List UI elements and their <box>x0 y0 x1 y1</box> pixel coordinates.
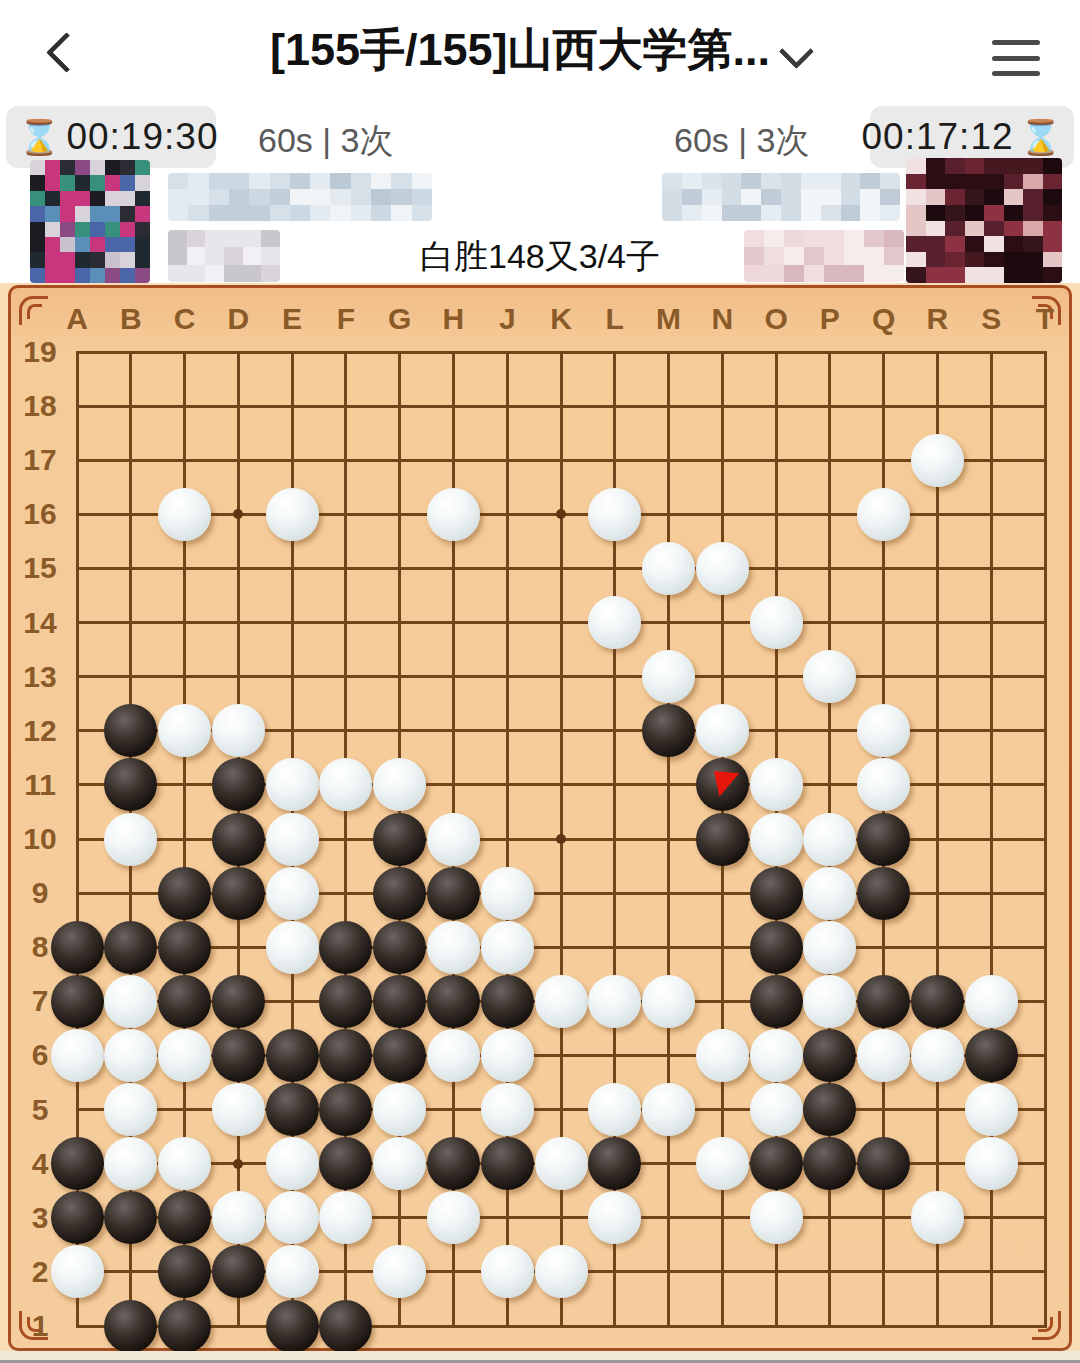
white-stone <box>427 921 480 974</box>
white-stone <box>212 1191 265 1244</box>
white-stone <box>104 975 157 1028</box>
white-stone <box>696 542 749 595</box>
white-stone <box>965 975 1018 1028</box>
black-stone <box>158 867 211 920</box>
white-stone <box>481 1245 534 1298</box>
white-stone <box>373 758 426 811</box>
white-stone <box>750 813 803 866</box>
black-stone <box>104 921 157 974</box>
black-stone <box>481 975 534 1028</box>
black-stone <box>212 975 265 1028</box>
screen-bottom-edge <box>0 1351 1080 1363</box>
white-stone <box>535 1245 588 1298</box>
column-label: P <box>808 302 852 336</box>
black-stone <box>803 1029 856 1082</box>
black-stone <box>373 813 426 866</box>
white-stone <box>911 1191 964 1244</box>
column-label: R <box>915 302 959 336</box>
black-stone <box>212 1245 265 1298</box>
white-stone <box>104 813 157 866</box>
column-label: C <box>163 302 207 336</box>
white-stone <box>481 921 534 974</box>
white-stone <box>481 867 534 920</box>
column-label: O <box>754 302 798 336</box>
black-stone <box>481 1137 534 1190</box>
white-stone <box>803 975 856 1028</box>
white-stone <box>696 704 749 757</box>
white-stone <box>857 1029 910 1082</box>
grid-line <box>667 351 670 1328</box>
white-stone <box>212 704 265 757</box>
black-stone <box>373 1029 426 1082</box>
black-stone <box>104 1300 157 1353</box>
black-stone <box>750 975 803 1028</box>
white-stone <box>427 488 480 541</box>
black-stone <box>750 867 803 920</box>
black-stone <box>266 1300 319 1353</box>
white-stone <box>588 488 641 541</box>
white-stone <box>266 1137 319 1190</box>
column-label: D <box>216 302 260 336</box>
black-stone <box>373 867 426 920</box>
white-stone <box>803 867 856 920</box>
row-label: 16 <box>16 497 64 531</box>
white-stone <box>535 975 588 1028</box>
white-stone <box>158 488 211 541</box>
black-stone <box>212 758 265 811</box>
black-stone <box>696 813 749 866</box>
black-stone <box>427 867 480 920</box>
white-stone <box>373 1083 426 1136</box>
white-stone <box>535 1137 588 1190</box>
row-label: 13 <box>16 660 64 694</box>
white-stone <box>750 758 803 811</box>
white-stone <box>104 1029 157 1082</box>
black-stone <box>911 975 964 1028</box>
black-stone <box>104 704 157 757</box>
white-stone <box>158 1137 211 1190</box>
black-stone <box>51 1137 104 1190</box>
white-stone <box>857 488 910 541</box>
column-label: B <box>109 302 153 336</box>
row-label: 5 <box>16 1093 64 1127</box>
grid-line <box>76 1325 1047 1328</box>
star-point <box>556 834 566 844</box>
column-label: K <box>539 302 583 336</box>
white-stone <box>750 596 803 649</box>
white-stone <box>266 867 319 920</box>
column-label: F <box>324 302 368 336</box>
white-stone <box>750 1083 803 1136</box>
white-stone <box>158 1029 211 1082</box>
black-stone <box>158 975 211 1028</box>
white-stone <box>104 1083 157 1136</box>
white-stone <box>857 758 910 811</box>
column-label: M <box>647 302 691 336</box>
black-stone <box>51 921 104 974</box>
white-stone <box>373 1245 426 1298</box>
white-stone <box>696 1029 749 1082</box>
white-stone <box>588 596 641 649</box>
white-stone <box>588 975 641 1028</box>
white-stone <box>642 975 695 1028</box>
white-stone <box>319 1191 372 1244</box>
column-label: J <box>485 302 529 336</box>
white-stone <box>965 1083 1018 1136</box>
black-stone <box>642 704 695 757</box>
white-stone <box>750 1029 803 1082</box>
black-stone <box>266 1029 319 1082</box>
black-stone <box>588 1137 641 1190</box>
white-stone <box>481 1029 534 1082</box>
star-point <box>233 1159 243 1169</box>
column-label: T <box>1023 302 1067 336</box>
black-stone <box>319 1137 372 1190</box>
white-stone <box>427 813 480 866</box>
white-stone <box>803 921 856 974</box>
black-stone <box>212 1029 265 1082</box>
row-label: 1 <box>16 1309 64 1343</box>
white-stone <box>266 488 319 541</box>
white-stone <box>481 1083 534 1136</box>
grid-line <box>76 946 1047 949</box>
white-stone <box>212 1083 265 1136</box>
row-label: 14 <box>16 606 64 640</box>
black-stone <box>319 1083 372 1136</box>
row-label: 15 <box>16 551 64 585</box>
column-label: A <box>55 302 99 336</box>
column-label: N <box>700 302 744 336</box>
column-label: L <box>593 302 637 336</box>
row-label: 12 <box>16 714 64 748</box>
black-stone <box>212 813 265 866</box>
white-stone <box>803 813 856 866</box>
white-stone <box>266 921 319 974</box>
black-stone <box>51 975 104 1028</box>
white-stone <box>965 1137 1018 1190</box>
star-point <box>556 509 566 519</box>
row-label: 11 <box>16 768 64 802</box>
white-stone <box>319 758 372 811</box>
black-stone <box>965 1029 1018 1082</box>
white-stone <box>373 1137 426 1190</box>
white-stone <box>911 1029 964 1082</box>
black-stone <box>158 1300 211 1353</box>
black-stone <box>373 975 426 1028</box>
white-stone <box>857 704 910 757</box>
row-label: 18 <box>16 389 64 423</box>
star-point <box>233 509 243 519</box>
white-stone <box>803 650 856 703</box>
black-stone <box>104 758 157 811</box>
black-stone <box>319 921 372 974</box>
column-label: H <box>431 302 475 336</box>
black-stone <box>373 921 426 974</box>
black-stone <box>857 1137 910 1190</box>
white-stone <box>750 1191 803 1244</box>
black-stone <box>319 975 372 1028</box>
column-label: S <box>969 302 1013 336</box>
white-stone <box>642 650 695 703</box>
black-stone <box>857 867 910 920</box>
white-stone <box>588 1191 641 1244</box>
white-stone <box>266 813 319 866</box>
black-stone <box>212 867 265 920</box>
white-stone <box>427 1029 480 1082</box>
black-stone <box>427 1137 480 1190</box>
black-stone <box>427 975 480 1028</box>
white-stone <box>427 1191 480 1244</box>
grid-line <box>1044 351 1047 1328</box>
white-stone <box>104 1137 157 1190</box>
black-stone <box>319 1029 372 1082</box>
black-stone <box>803 1137 856 1190</box>
white-stone <box>51 1029 104 1082</box>
black-stone <box>158 921 211 974</box>
black-stone <box>158 1245 211 1298</box>
black-stone <box>750 921 803 974</box>
black-stone <box>158 1191 211 1244</box>
black-stone <box>750 1137 803 1190</box>
black-stone <box>266 1083 319 1136</box>
white-stone <box>158 704 211 757</box>
row-label: 19 <box>16 335 64 369</box>
black-stone <box>51 1191 104 1244</box>
black-stone <box>104 1191 157 1244</box>
row-label: 17 <box>16 443 64 477</box>
row-label: 10 <box>16 822 64 856</box>
black-stone <box>857 813 910 866</box>
black-stone <box>857 975 910 1028</box>
row-label: 9 <box>16 876 64 910</box>
go-board-surface[interactable]: ABCDEFGHJKLMNOPQRST191817161514131211109… <box>0 0 1080 1363</box>
white-stone <box>266 1245 319 1298</box>
black-stone <box>803 1083 856 1136</box>
last-move-marker <box>712 767 740 797</box>
grid-line <box>936 351 939 1328</box>
white-stone <box>588 1083 641 1136</box>
white-stone <box>266 758 319 811</box>
black-stone <box>696 758 749 811</box>
white-stone <box>642 1083 695 1136</box>
white-stone <box>642 542 695 595</box>
app-screen: [155手/155]山西大学第... ⌛ 00:19:30 60s | 3次 6… <box>0 0 1080 1363</box>
white-stone <box>911 434 964 487</box>
black-stone <box>319 1300 372 1353</box>
column-label: G <box>378 302 422 336</box>
column-label: Q <box>862 302 906 336</box>
column-label: E <box>270 302 314 336</box>
white-stone <box>51 1245 104 1298</box>
white-stone <box>696 1137 749 1190</box>
white-stone <box>266 1191 319 1244</box>
